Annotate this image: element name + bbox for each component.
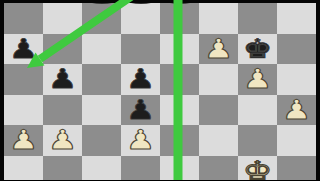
square-c6[interactable] (82, 34, 121, 65)
square-e2[interactable] (160, 156, 199, 181)
square-h6[interactable] (277, 34, 316, 65)
white-pawn-piece: ♟ (126, 127, 156, 154)
black-pawn-piece: ♟ (48, 66, 78, 93)
square-b4[interactable] (43, 95, 82, 126)
white-king-piece: ♚ (243, 157, 273, 180)
black-pawn-piece: ♟ (9, 35, 39, 62)
square-g3[interactable] (238, 125, 277, 156)
square-a5[interactable] (4, 64, 43, 95)
white-pawn-piece: ♟ (282, 96, 312, 123)
square-d5[interactable]: ♟ (121, 64, 160, 95)
square-b3[interactable]: ♟ (43, 125, 82, 156)
square-b7[interactable] (43, 3, 82, 34)
white-pawn-piece: ♟ (204, 35, 234, 62)
letterbox-top-bar (0, 0, 320, 3)
square-a6[interactable]: ♟ (4, 34, 43, 65)
square-a3[interactable]: ♟ (4, 125, 43, 156)
square-g4[interactable] (238, 95, 277, 126)
square-f6[interactable]: ♟ (199, 34, 238, 65)
square-g6[interactable]: ♚ (238, 34, 277, 65)
square-f7[interactable] (199, 3, 238, 34)
white-pawn-piece: ♟ (243, 66, 273, 93)
white-pawn-piece: ♟ (48, 127, 78, 154)
square-a7[interactable] (4, 3, 43, 34)
square-e7[interactable] (160, 3, 199, 34)
square-h7[interactable] (277, 3, 316, 34)
square-b2[interactable] (43, 156, 82, 181)
square-f4[interactable] (199, 95, 238, 126)
square-g5[interactable]: ♟ (238, 64, 277, 95)
square-d7[interactable] (121, 3, 160, 34)
square-f5[interactable] (199, 64, 238, 95)
square-b6[interactable] (43, 34, 82, 65)
square-g7[interactable] (238, 3, 277, 34)
square-h2[interactable] (277, 156, 316, 181)
square-f3[interactable] (199, 125, 238, 156)
square-a2[interactable] (4, 156, 43, 181)
chess-board: ♟♟♚♟♟♟♟♟♟♟♟♚ (4, 0, 316, 180)
square-d2[interactable] (121, 156, 160, 181)
square-c7[interactable] (82, 3, 121, 34)
square-f2[interactable] (199, 156, 238, 181)
white-pawn-piece: ♟ (9, 127, 39, 154)
square-d6[interactable] (121, 34, 160, 65)
square-d3[interactable]: ♟ (121, 125, 160, 156)
square-h4[interactable]: ♟ (277, 95, 316, 126)
square-c3[interactable] (82, 125, 121, 156)
square-c2[interactable] (82, 156, 121, 181)
black-king-piece: ♚ (243, 35, 273, 62)
square-h5[interactable] (277, 64, 316, 95)
square-d4[interactable]: ♟ (121, 95, 160, 126)
square-h3[interactable] (277, 125, 316, 156)
black-pawn-piece: ♟ (126, 96, 156, 123)
square-c4[interactable] (82, 95, 121, 126)
square-g2[interactable]: ♚ (238, 156, 277, 181)
letterbox-right-bar (316, 0, 320, 180)
video-frame: ♟♟♚♟♟♟♟♟♟♟♟♚ (0, 0, 320, 180)
square-e5[interactable] (160, 64, 199, 95)
square-e6[interactable] (160, 34, 199, 65)
letterbox-left-bar (0, 0, 4, 180)
square-a4[interactable] (4, 95, 43, 126)
square-b5[interactable]: ♟ (43, 64, 82, 95)
square-e3[interactable] (160, 125, 199, 156)
square-e4[interactable] (160, 95, 199, 126)
black-pawn-piece: ♟ (126, 66, 156, 93)
square-c5[interactable] (82, 64, 121, 95)
